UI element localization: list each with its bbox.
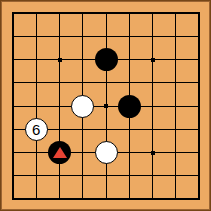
star-point	[151, 58, 155, 62]
white-stone: 6	[25, 118, 48, 141]
stone-cell: 6	[25, 118, 48, 141]
star-point	[104, 104, 108, 108]
star-point-cell	[141, 141, 164, 164]
black-stone	[118, 95, 141, 118]
stone-cell	[94, 141, 117, 164]
stone-label: 6	[32, 122, 40, 137]
star-point-cell	[94, 94, 117, 117]
white-stone	[95, 141, 118, 164]
black-stone	[48, 141, 71, 164]
star-point	[58, 58, 62, 62]
go-board: 6	[0, 0, 211, 211]
star-point	[151, 151, 155, 155]
white-stone	[71, 95, 94, 118]
black-stone	[95, 48, 118, 71]
star-point-cell	[48, 48, 71, 71]
stone-cell	[94, 48, 117, 71]
stone-cell	[71, 94, 94, 117]
board-cells: 6	[1, 1, 210, 210]
stone-cell	[118, 94, 141, 117]
triangle-marker	[53, 147, 67, 158]
stone-cell	[48, 141, 71, 164]
star-point-cell	[141, 48, 164, 71]
